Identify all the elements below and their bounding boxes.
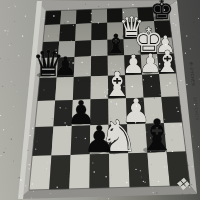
noise-speck bbox=[47, 162, 48, 163]
noise-speck bbox=[154, 52, 155, 53]
noise-speck bbox=[159, 69, 160, 70]
noise-speck bbox=[189, 193, 190, 194]
noise-speck bbox=[105, 176, 106, 177]
noise-speck bbox=[66, 173, 67, 174]
noise-speck bbox=[15, 6, 16, 7]
noise-speck bbox=[110, 118, 111, 119]
noise-speck bbox=[93, 171, 94, 172]
noise-speck bbox=[98, 22, 100, 24]
noise-speck bbox=[104, 92, 105, 93]
noise-speck bbox=[150, 137, 151, 138]
noise-speck bbox=[141, 101, 142, 102]
noise-speck bbox=[193, 22, 194, 23]
noise-speck bbox=[95, 55, 96, 56]
noise-speck bbox=[14, 21, 15, 22]
noise-speck bbox=[25, 185, 26, 186]
noise-speck bbox=[73, 25, 74, 26]
noise-speck bbox=[165, 151, 166, 152]
noise-speck bbox=[188, 165, 189, 166]
noise-speck bbox=[126, 46, 127, 47]
noise-speck bbox=[43, 18, 44, 19]
noise-speck bbox=[186, 35, 188, 37]
noise-speck bbox=[156, 57, 157, 58]
noise-speck bbox=[123, 12, 124, 13]
board-render: ❖Ф·ЗЧСНЕ8ЗЛЧ·СНЛЗ♚♛♝♚♟♛♟♟♟♝♝♟♟♟♞♝ bbox=[0, 0, 200, 200]
noise-speck bbox=[97, 83, 98, 84]
noise-speck bbox=[186, 84, 187, 85]
noise-speck bbox=[71, 40, 72, 41]
noise-speck bbox=[135, 122, 136, 123]
noise-speck bbox=[162, 57, 163, 58]
noise-speck bbox=[32, 128, 33, 129]
noise-speck bbox=[156, 28, 157, 29]
noise-speck bbox=[183, 78, 184, 79]
noise-speck bbox=[114, 84, 115, 85]
chessboard-photo: ❖Ф·ЗЧСНЕ8ЗЛЧ·СНЛЗ♚♛♝♚♟♛♟♟♟♝♝♟♟♟♞♝ bbox=[0, 0, 200, 200]
noise-speck bbox=[146, 131, 147, 132]
noise-speck bbox=[7, 34, 8, 35]
noise-speck bbox=[33, 191, 34, 192]
noise-speck bbox=[165, 133, 166, 134]
noise-speck bbox=[13, 106, 14, 107]
noise-speck bbox=[28, 168, 29, 169]
noise-speck bbox=[190, 48, 191, 49]
noise-speck bbox=[174, 14, 175, 15]
noise-speck bbox=[91, 83, 92, 84]
noise-speck bbox=[3, 129, 4, 130]
noise-speck bbox=[79, 138, 80, 139]
noise-speck bbox=[52, 118, 53, 119]
noise-speck bbox=[29, 164, 30, 165]
noise-speck bbox=[118, 148, 119, 149]
noise-speck bbox=[173, 23, 174, 24]
noise-speck bbox=[189, 187, 190, 188]
noise-speck bbox=[125, 116, 126, 117]
noise-speck bbox=[101, 153, 102, 154]
noise-speck bbox=[178, 91, 179, 92]
noise-speck bbox=[169, 82, 171, 84]
noise-speck bbox=[2, 86, 3, 87]
noise-speck bbox=[153, 115, 154, 116]
noise-speck bbox=[166, 85, 168, 87]
noise-speck bbox=[191, 184, 192, 185]
noise-speck bbox=[198, 18, 199, 19]
noise-speck bbox=[108, 4, 109, 5]
noise-speck bbox=[46, 168, 47, 169]
noise-speck bbox=[172, 151, 173, 152]
noise-speck bbox=[151, 86, 152, 87]
noise-speck bbox=[198, 146, 199, 147]
noise-speck bbox=[78, 80, 79, 81]
noise-speck bbox=[199, 79, 200, 80]
noise-speck bbox=[114, 80, 115, 81]
noise-speck bbox=[71, 59, 72, 60]
noise-speck bbox=[0, 115, 1, 116]
noise-speck bbox=[142, 134, 143, 135]
noise-speck bbox=[48, 36, 49, 37]
noise-speck bbox=[169, 58, 170, 59]
noise-speck bbox=[93, 87, 94, 88]
noise-speck bbox=[64, 77, 65, 78]
noise-speck bbox=[81, 71, 82, 72]
noise-speck bbox=[66, 125, 67, 126]
noise-speck bbox=[89, 55, 90, 56]
noise-speck bbox=[127, 71, 129, 73]
noise-speck bbox=[11, 81, 12, 82]
noise-speck bbox=[164, 55, 165, 56]
noise-speck bbox=[22, 35, 23, 36]
noise-speck bbox=[82, 62, 83, 63]
noise-speck bbox=[67, 21, 68, 22]
noise-speck bbox=[158, 181, 159, 182]
noise-speck bbox=[137, 26, 138, 27]
noise-speck bbox=[14, 5, 15, 6]
noise-speck bbox=[140, 170, 141, 171]
noise-speck bbox=[14, 85, 15, 86]
noise-speck bbox=[91, 21, 92, 22]
noise-speck bbox=[39, 124, 40, 125]
noise-speck bbox=[164, 9, 165, 10]
noise-speck bbox=[155, 63, 156, 64]
noise-speck bbox=[37, 141, 38, 142]
noise-speck bbox=[99, 199, 100, 200]
noise-speck bbox=[57, 35, 58, 36]
noise-speck bbox=[156, 192, 157, 193]
noise-speck bbox=[160, 94, 161, 95]
noise-speck bbox=[13, 161, 14, 162]
noise-speck bbox=[92, 162, 93, 163]
noise-speck bbox=[141, 177, 142, 178]
noise-speck bbox=[9, 7, 10, 8]
noise-speck bbox=[174, 59, 175, 60]
noise-speck bbox=[176, 2, 177, 3]
noise-speck bbox=[108, 198, 109, 199]
noise-speck bbox=[4, 30, 6, 32]
noise-speck bbox=[153, 180, 154, 181]
noise-speck bbox=[53, 15, 55, 17]
noise-speck bbox=[0, 155, 1, 156]
noise-speck bbox=[153, 192, 154, 193]
noise-speck bbox=[159, 63, 161, 65]
noise-speck bbox=[115, 64, 116, 65]
noise-speck bbox=[31, 198, 32, 199]
noise-speck bbox=[0, 58, 1, 59]
noise-speck bbox=[130, 150, 132, 152]
noise-speck bbox=[117, 119, 118, 120]
noise-speck bbox=[111, 63, 112, 64]
noise-speck bbox=[27, 150, 28, 151]
noise-speck bbox=[142, 55, 143, 56]
noise-speck bbox=[144, 182, 146, 184]
noise-speck bbox=[65, 108, 66, 109]
noise-speck bbox=[161, 121, 162, 122]
noise-speck bbox=[56, 186, 58, 188]
white-bishop[interactable]: ♝ bbox=[154, 44, 181, 79]
noise-speck bbox=[69, 61, 70, 62]
noise-speck bbox=[120, 68, 121, 69]
noise-speck bbox=[176, 107, 178, 109]
noise-speck bbox=[81, 157, 82, 158]
noise-speck bbox=[18, 55, 19, 56]
noise-speck bbox=[136, 105, 137, 106]
noise-speck bbox=[87, 73, 88, 74]
noise-speck bbox=[64, 122, 65, 123]
noise-speck bbox=[75, 123, 76, 124]
noise-speck bbox=[185, 151, 186, 152]
noise-speck bbox=[38, 168, 39, 169]
noise-speck bbox=[151, 164, 152, 165]
noise-speck bbox=[59, 107, 61, 109]
noise-speck bbox=[114, 154, 115, 155]
noise-speck bbox=[154, 98, 155, 99]
noise-speck bbox=[173, 126, 174, 127]
noise-speck bbox=[91, 13, 93, 15]
noise-speck bbox=[125, 36, 126, 37]
white-knight[interactable]: ♞ bbox=[99, 111, 138, 161]
noise-speck bbox=[150, 151, 151, 152]
noise-speck bbox=[19, 177, 20, 178]
noise-speck bbox=[11, 43, 12, 44]
noise-speck bbox=[178, 111, 179, 112]
noise-speck bbox=[59, 159, 60, 160]
noise-speck bbox=[141, 97, 142, 98]
noise-speck bbox=[72, 62, 74, 64]
noise-speck bbox=[85, 4, 86, 5]
noise-speck bbox=[50, 193, 51, 194]
noise-speck bbox=[150, 76, 152, 78]
noise-speck bbox=[132, 4, 133, 5]
noise-speck bbox=[164, 119, 165, 120]
noise-speck bbox=[105, 96, 106, 97]
noise-speck bbox=[177, 32, 178, 33]
noise-speck bbox=[70, 125, 71, 126]
noise-speck bbox=[123, 86, 124, 87]
noise-speck bbox=[8, 59, 9, 60]
noise-speck bbox=[134, 112, 135, 113]
noise-speck bbox=[19, 195, 20, 196]
noise-speck bbox=[143, 79, 144, 80]
noise-speck bbox=[107, 89, 109, 91]
noise-speck bbox=[9, 45, 10, 46]
noise-speck bbox=[165, 44, 166, 45]
noise-speck bbox=[3, 152, 4, 153]
noise-speck bbox=[180, 80, 181, 81]
noise-speck bbox=[67, 130, 68, 131]
noise-speck bbox=[192, 136, 193, 137]
noise-speck bbox=[126, 182, 128, 184]
noise-speck bbox=[171, 79, 172, 80]
noise-speck bbox=[68, 176, 69, 177]
noise-speck bbox=[56, 52, 57, 53]
noise-speck bbox=[115, 140, 117, 142]
noise-speck bbox=[115, 84, 116, 85]
noise-speck bbox=[185, 53, 186, 54]
noise-speck bbox=[192, 166, 193, 167]
black-pawn[interactable]: ♟ bbox=[54, 51, 77, 81]
noise-speck bbox=[76, 137, 77, 138]
noise-speck bbox=[64, 22, 65, 23]
noise-speck bbox=[29, 135, 30, 136]
noise-speck bbox=[35, 149, 36, 150]
noise-speck bbox=[143, 181, 144, 182]
noise-speck bbox=[25, 16, 26, 17]
noise-speck bbox=[194, 104, 195, 105]
noise-speck bbox=[175, 24, 176, 25]
noise-speck bbox=[78, 27, 79, 28]
noise-speck bbox=[111, 175, 112, 176]
noise-speck bbox=[112, 69, 114, 71]
noise-speck bbox=[131, 86, 133, 88]
noise-speck bbox=[135, 169, 136, 170]
noise-speck bbox=[177, 183, 179, 185]
noise-speck bbox=[85, 138, 86, 139]
noise-speck bbox=[55, 49, 56, 50]
noise-speck bbox=[111, 101, 112, 102]
noise-speck bbox=[92, 20, 93, 21]
noise-speck bbox=[61, 32, 62, 33]
noise-speck bbox=[193, 37, 194, 38]
noise-speck bbox=[44, 89, 45, 90]
noise-speck bbox=[68, 8, 69, 9]
black-bishop[interactable]: ♝ bbox=[138, 110, 177, 160]
noise-speck bbox=[65, 128, 66, 129]
noise-speck bbox=[32, 183, 34, 185]
noise-speck bbox=[11, 138, 12, 139]
noise-speck bbox=[7, 30, 8, 31]
noise-speck bbox=[128, 173, 129, 174]
frame-brand-text-1: Ф·ЗЧСНЕ8 bbox=[189, 62, 197, 87]
noise-speck bbox=[183, 24, 184, 25]
noise-speck bbox=[16, 91, 17, 92]
noise-speck bbox=[5, 148, 6, 149]
noise-speck bbox=[152, 188, 153, 189]
noise-speck bbox=[85, 47, 86, 48]
noise-speck bbox=[164, 166, 165, 167]
noise-speck bbox=[98, 6, 99, 7]
noise-speck bbox=[96, 174, 97, 175]
frame-brand-text-2: ЗЛЧ·СНЛЗ bbox=[193, 97, 200, 121]
noise-speck bbox=[116, 103, 118, 105]
noise-speck bbox=[109, 153, 110, 154]
noise-speck bbox=[182, 194, 183, 195]
noise-speck bbox=[172, 140, 173, 141]
noise-speck bbox=[180, 124, 182, 126]
noise-speck bbox=[11, 127, 12, 128]
noise-speck bbox=[176, 182, 177, 183]
noise-speck bbox=[20, 179, 21, 180]
